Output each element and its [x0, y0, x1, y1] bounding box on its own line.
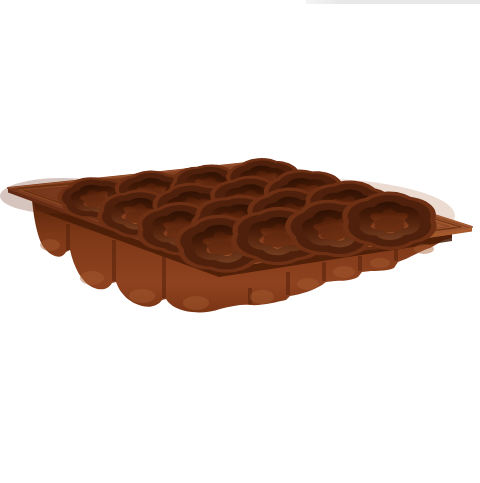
product-photo: [0, 0, 480, 483]
mold-tray-illustration: [0, 0, 480, 483]
mold-photo-figure: [0, 0, 480, 483]
mold-cavity: [354, 198, 425, 243]
